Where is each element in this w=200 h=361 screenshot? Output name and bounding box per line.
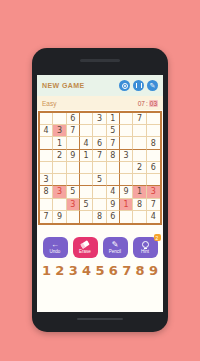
sudoku-cell[interactable]: 6 [93,137,106,149]
phone-home-indicator [77,318,123,320]
sudoku-cell[interactable] [133,137,146,149]
app-screen: NEW GAME ✎ Easy 07 : 03 [37,75,163,312]
record-ring-icon [122,83,128,89]
sudoku-cell[interactable]: 7 [93,150,106,162]
sudoku-cell[interactable]: 4 [80,137,93,149]
record-button[interactable] [119,80,130,91]
sudoku-cell[interactable]: 1 [80,150,93,162]
sudoku-cell[interactable]: 7 [40,211,53,223]
sudoku-cell[interactable] [80,113,93,125]
sudoku-cell[interactable] [40,113,53,125]
sudoku-cell[interactable] [107,162,120,174]
sudoku-cell[interactable]: 3 [120,150,133,162]
sudoku-cell[interactable]: 3 [67,199,80,211]
sudoku-cell[interactable] [133,125,146,137]
sudoku-cell[interactable]: 3 [53,125,66,137]
phone-speaker [80,59,120,62]
numpad-9[interactable]: 9 [149,263,158,278]
sudoku-cell[interactable]: 4 [107,186,120,198]
pause-button[interactable] [133,80,144,91]
board-area: 6317437514678291783263583549133591877986… [37,110,163,225]
sudoku-cell[interactable]: 9 [107,199,120,211]
sudoku-cell[interactable] [147,150,160,162]
sudoku-cell[interactable]: 1 [120,199,133,211]
sudoku-cell[interactable]: 2 [53,150,66,162]
sudoku-cell[interactable]: 3 [40,174,53,186]
sudoku-cell[interactable] [133,150,146,162]
pencil-button[interactable]: ✎ Pencil [103,237,128,258]
numpad-2[interactable]: 2 [55,263,64,278]
sudoku-cell[interactable]: 3 [93,113,106,125]
sudoku-cell[interactable]: 4 [40,125,53,137]
lightbulb-icon [142,240,149,249]
sudoku-cell[interactable]: 5 [67,186,80,198]
numpad-1[interactable]: 1 [42,263,51,278]
sudoku-cell[interactable] [67,211,80,223]
sudoku-cell[interactable] [93,125,106,137]
sudoku-cell[interactable] [120,137,133,149]
pencil-icon: ✎ [112,240,119,249]
sudoku-cell[interactable]: 8 [107,150,120,162]
pencil-icon: ✎ [150,82,156,89]
erase-label: Erase [79,250,91,255]
sudoku-cell[interactable] [147,174,160,186]
numpad-7[interactable]: 7 [122,263,131,278]
numpad-6[interactable]: 6 [109,263,118,278]
sudoku-cell[interactable]: 1 [133,186,146,198]
numpad-3[interactable]: 3 [69,263,78,278]
sudoku-cell[interactable] [133,174,146,186]
sudoku-cell[interactable]: 7 [133,113,146,125]
sudoku-cell[interactable] [93,199,106,211]
sudoku-cell[interactable] [80,125,93,137]
sudoku-cell[interactable]: 5 [93,174,106,186]
pause-icon [136,83,142,88]
sudoku-cell[interactable]: 6 [107,211,120,223]
eraser-icon [81,240,89,249]
sudoku-cell[interactable]: 7 [67,125,80,137]
sudoku-cell[interactable] [40,199,53,211]
hint-button[interactable]: 2 Hint [133,237,158,258]
sudoku-grid: 6317437514678291783263583549133591877986… [38,111,162,225]
action-bar: ← Undo Erase ✎ Pencil 2 Hint [37,237,163,258]
sudoku-cell[interactable]: 1 [107,113,120,125]
sudoku-cell[interactable] [53,113,66,125]
arrow-left-icon: ← [51,240,59,249]
sudoku-cell[interactable] [40,162,53,174]
sudoku-cell[interactable]: 9 [53,211,66,223]
sudoku-cell[interactable] [80,174,93,186]
toolbar: NEW GAME ✎ [37,75,163,96]
difficulty-label: Easy [42,100,138,107]
timer-seconds: 03 [149,100,158,107]
sudoku-cell[interactable] [120,174,133,186]
sudoku-cell[interactable] [53,162,66,174]
sudoku-cell[interactable] [40,150,53,162]
timer-separator: : [146,100,148,107]
sudoku-cell[interactable] [120,211,133,223]
numpad-5[interactable]: 5 [95,263,104,278]
sudoku-cell[interactable] [80,211,93,223]
numpad-4[interactable]: 4 [82,263,91,278]
sudoku-cell[interactable] [147,113,160,125]
sudoku-cell[interactable] [107,174,120,186]
sudoku-cell[interactable]: 6 [147,162,160,174]
timer: 07 : 03 [138,100,158,107]
status-bar: Easy 07 : 03 [37,96,163,110]
sudoku-cell[interactable] [120,162,133,174]
sudoku-cell[interactable]: 9 [67,150,80,162]
sudoku-cell[interactable] [120,113,133,125]
sudoku-cell[interactable] [67,162,80,174]
sudoku-cell[interactable] [40,137,53,149]
sudoku-cell[interactable]: 2 [133,162,146,174]
number-pad: 123456789 [37,263,163,278]
sudoku-cell[interactable] [93,186,106,198]
sudoku-cell[interactable] [147,125,160,137]
edit-button[interactable]: ✎ [147,80,158,91]
sudoku-cell[interactable] [53,174,66,186]
sudoku-cell[interactable]: 3 [147,186,160,198]
sudoku-cell[interactable]: 6 [67,113,80,125]
sudoku-cell[interactable]: 8 [133,199,146,211]
hint-count-badge: 2 [154,234,161,241]
sudoku-cell[interactable]: 4 [147,211,160,223]
sudoku-cell[interactable] [67,174,80,186]
background: NEW GAME ✎ Easy 07 : 03 [0,0,200,361]
sudoku-cell[interactable]: 7 [107,137,120,149]
timer-minutes: 07 [138,100,145,107]
hint-label: Hint [141,250,149,255]
numpad-8[interactable]: 8 [136,263,145,278]
sudoku-cell[interactable] [133,211,146,223]
undo-button[interactable]: ← Undo [43,237,68,258]
erase-button[interactable]: Erase [73,237,98,258]
pencil-label: Pencil [109,250,121,255]
sudoku-cell[interactable]: 8 [147,137,160,149]
sudoku-cell[interactable]: 3 [53,186,66,198]
sudoku-cell[interactable]: 8 [93,211,106,223]
sudoku-cell[interactable]: 5 [107,125,120,137]
page-title: NEW GAME [42,82,116,89]
undo-label: Undo [50,250,61,255]
sudoku-cell[interactable] [80,162,93,174]
sudoku-cell[interactable]: 9 [120,186,133,198]
sudoku-cell[interactable] [120,125,133,137]
sudoku-cell[interactable]: 8 [40,186,53,198]
sudoku-cell[interactable]: 1 [53,137,66,149]
sudoku-cell[interactable]: 5 [80,199,93,211]
sudoku-cell[interactable]: 7 [147,199,160,211]
sudoku-cell[interactable] [67,137,80,149]
sudoku-cell[interactable] [53,199,66,211]
sudoku-cell[interactable] [80,186,93,198]
phone-frame: NEW GAME ✎ Easy 07 : 03 [32,48,168,332]
sudoku-cell[interactable] [93,162,106,174]
